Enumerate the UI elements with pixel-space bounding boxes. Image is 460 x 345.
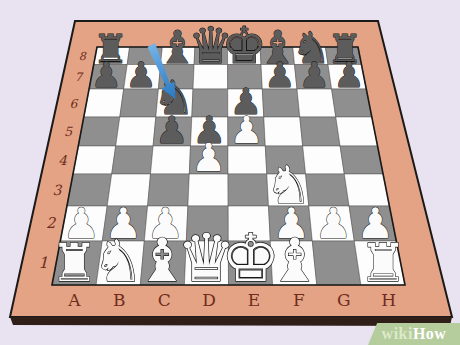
wikihow-watermark: wikiHow [368,323,460,345]
file-label-a: A [67,290,81,310]
file-label-h: H [381,290,396,310]
piece-white-rook-h1[interactable]: ♜ [359,232,406,293]
wikihow-watermark-how: How [413,323,447,345]
piece-black-pawn-f7[interactable]: ♟ [264,55,295,95]
square-a5[interactable] [78,117,120,146]
square-g5[interactable] [300,117,340,146]
square-h4[interactable] [340,146,383,174]
chess-illustration: 87654321ABCDEFGH♜♝♛♚♝♞♜♟♟♟♟♟♞♟♟♟♟♟♞♟♟♟♟♟… [0,0,460,345]
piece-black-pawn-a7[interactable]: ♟ [91,55,122,95]
rank-label-6: 6 [70,97,79,111]
square-a4[interactable] [73,146,116,174]
square-b5[interactable] [116,117,156,146]
piece-black-pawn-h7[interactable]: ♟ [333,55,364,95]
rank-label-5: 5 [64,124,73,139]
piece-white-rook-a1[interactable]: ♜ [50,232,97,293]
square-f5[interactable] [264,117,303,146]
file-label-g: G [337,290,351,310]
wikihow-watermark-wiki: wiki [382,323,413,345]
rank-label-4: 4 [58,153,67,168]
piece-black-pawn-g7[interactable]: ♟ [299,55,330,95]
rank-label-3: 3 [53,182,63,198]
piece-white-pawn-e5[interactable]: ♟ [230,108,264,152]
piece-white-pawn-d4[interactable]: ♟ [191,135,226,180]
square-e3[interactable] [228,174,269,206]
chess-board: 87654321ABCDEFGH♜♝♛♚♝♞♜♟♟♟♟♟♞♟♟♟♟♟♞♟♟♟♟♟… [0,0,460,345]
piece-black-pawn-c5[interactable]: ♟ [155,108,189,152]
square-b4[interactable] [112,146,153,174]
piece-white-bishop-f1[interactable]: ♝ [268,226,321,295]
rank-label-8: 8 [79,50,87,63]
rank-label-2: 2 [46,214,57,231]
square-h5[interactable] [336,117,378,146]
rank-label-1: 1 [38,254,48,272]
